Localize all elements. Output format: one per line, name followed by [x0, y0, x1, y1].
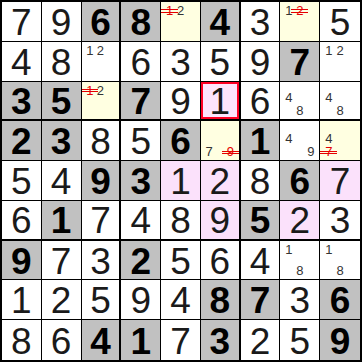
cell-value: 9	[250, 44, 271, 81]
cell-r2c7[interactable]: 9	[241, 42, 281, 82]
candidate-8: 8	[294, 104, 305, 117]
candidate-grid: 79	[201, 121, 239, 160]
candidate-2: 2	[95, 84, 106, 97]
cell-value: 7	[330, 163, 351, 200]
candidate-4: 4	[283, 91, 294, 104]
cell-value: 5	[209, 44, 230, 81]
cell-value: 1	[170, 163, 191, 200]
cell-r7c1[interactable]: 9	[2, 241, 42, 281]
cell-value: 3	[330, 202, 351, 239]
cell-r1c2[interactable]: 9	[42, 2, 82, 42]
given-value: 9	[90, 163, 111, 200]
given-value: 5	[51, 83, 72, 120]
given-value: 1	[130, 323, 151, 360]
cell-value: 9	[170, 83, 191, 120]
cell-r8c3[interactable]: 5	[82, 280, 122, 320]
cell-r2c3[interactable]: 12	[82, 42, 122, 82]
cell-r2c5[interactable]: 3	[161, 42, 201, 82]
cell-value: 5	[290, 323, 311, 360]
cell-value: 5	[130, 123, 151, 160]
cell-value: 3	[250, 4, 271, 41]
given-value: 3	[130, 163, 151, 200]
cell-value: 4	[11, 44, 32, 81]
candidate-2: 2	[334, 44, 345, 57]
cell-r8c1[interactable]: 1	[2, 280, 42, 320]
candidate-7-eliminated: 7	[323, 145, 334, 158]
cell-value: 2	[209, 163, 230, 200]
cell-r4c3[interactable]: 8	[82, 121, 122, 161]
cell-r5c6[interactable]: 2	[201, 161, 241, 201]
cell-value: 5	[90, 282, 111, 319]
cell-r8c5[interactable]: 4	[161, 280, 201, 320]
cell-value: 9	[209, 202, 230, 239]
cell-r6c8[interactable]: 2	[280, 201, 320, 241]
cell-r9c6[interactable]: 3	[201, 320, 241, 360]
cell-r6c1[interactable]: 6	[2, 201, 42, 241]
cell-value: 4	[170, 282, 191, 319]
cell-r2c2[interactable]: 8	[42, 42, 82, 82]
cell-value: 5	[11, 163, 32, 200]
cell-value: 7	[51, 243, 72, 280]
candidate-8: 8	[334, 264, 345, 277]
cell-r1c8[interactable]: 12	[280, 2, 320, 42]
given-value: 2	[11, 123, 32, 160]
candidate-9-eliminated: 9	[225, 145, 236, 158]
cell-r3c7[interactable]: 6	[241, 82, 281, 122]
candidate-7: 7	[204, 145, 215, 158]
cell-r1c5[interactable]: 12	[161, 2, 201, 42]
cell-r9c8[interactable]: 5	[280, 320, 320, 360]
cell-r4c7[interactable]: 1	[241, 121, 281, 161]
cell-r3c5[interactable]: 9	[161, 82, 201, 122]
cell-value: 8	[51, 44, 72, 81]
given-value: 9	[11, 243, 32, 280]
cell-value: 8	[170, 202, 191, 239]
given-value: 6	[90, 4, 111, 41]
given-value: 3	[11, 83, 32, 120]
given-value: 1	[51, 202, 72, 239]
cell-r7c7[interactable]: 4	[241, 241, 281, 281]
cell-r4c6[interactable]: 79	[201, 121, 241, 161]
cell-r8c6[interactable]: 8	[201, 280, 241, 320]
selected-cell[interactable]: 1	[201, 82, 241, 122]
given-value: 8	[130, 4, 151, 41]
cell-r4c5[interactable]: 6	[161, 121, 201, 161]
cell-r9c9[interactable]: 9	[320, 320, 360, 360]
cell-value: 1	[209, 83, 230, 120]
candidate-grid: 12	[280, 2, 319, 41]
cell-r9c5[interactable]: 7	[161, 320, 201, 360]
cell-value: 6	[250, 83, 271, 120]
cell-value: 5	[170, 243, 191, 280]
cell-value: 3	[90, 243, 111, 280]
given-value: 2	[130, 243, 151, 280]
cell-value: 2	[51, 282, 72, 319]
candidate-1: 1	[323, 243, 334, 256]
cell-value: 3	[170, 44, 191, 81]
cell-r6c9[interactable]: 3	[320, 201, 360, 241]
given-value: 7	[130, 83, 151, 120]
cell-r6c3[interactable]: 7	[82, 201, 122, 241]
given-value: 8	[209, 282, 230, 319]
cell-value: 2	[290, 202, 311, 239]
cell-r2c1[interactable]: 4	[2, 42, 42, 82]
given-value: 7	[290, 44, 311, 81]
cell-value: 8	[90, 123, 111, 160]
cell-r9c3[interactable]: 4	[82, 320, 122, 360]
cell-r7c6[interactable]: 6	[201, 241, 241, 281]
cell-r1c6[interactable]: 4	[201, 2, 241, 42]
cell-r1c1[interactable]: 7	[2, 2, 42, 42]
cell-r7c5[interactable]: 5	[161, 241, 201, 281]
cell-r8c2[interactable]: 2	[42, 280, 82, 320]
cell-r3c9[interactable]: 48	[320, 82, 360, 122]
cell-r5c7[interactable]: 8	[241, 161, 281, 201]
cell-r5c3[interactable]: 9	[82, 161, 122, 201]
cell-r5c9[interactable]: 7	[320, 161, 360, 201]
cell-r1c3[interactable]: 6	[82, 2, 122, 42]
candidate-8: 8	[334, 104, 345, 117]
cell-r3c3[interactable]: 12	[82, 82, 122, 122]
cell-r6c5[interactable]: 8	[161, 201, 201, 241]
cell-r5c8[interactable]: 6	[280, 161, 320, 201]
given-value: 4	[209, 4, 230, 41]
cell-r8c7[interactable]: 7	[241, 280, 281, 320]
cell-r2c6[interactable]: 5	[201, 42, 241, 82]
candidate-grid: 12	[82, 82, 120, 120]
cell-r5c5[interactable]: 1	[161, 161, 201, 201]
cell-value: 3	[290, 282, 311, 319]
cell-r7c2[interactable]: 7	[42, 241, 82, 281]
cell-r3c2[interactable]: 5	[42, 82, 82, 122]
candidate-grid: 18	[280, 241, 319, 280]
cell-value: 7	[90, 202, 111, 239]
given-value: 5	[250, 202, 271, 239]
candidate-grid: 49	[280, 121, 319, 160]
given-value: 9	[330, 323, 351, 360]
given-value: 3	[209, 323, 230, 360]
cell-r1c7[interactable]: 3	[241, 2, 281, 42]
cell-r3c4[interactable]: 7	[121, 82, 161, 122]
cell-value: 4	[130, 202, 151, 239]
cell-r4c4[interactable]: 5	[121, 121, 161, 161]
cell-r5c1[interactable]: 5	[2, 161, 42, 201]
cell-value: 6	[11, 202, 32, 239]
candidate-grid: 48	[320, 82, 360, 120]
cell-r6c4[interactable]: 4	[121, 201, 161, 241]
cell-r9c1[interactable]: 8	[2, 320, 42, 360]
cell-value: 6	[130, 44, 151, 81]
cell-value: 5	[330, 4, 351, 41]
cell-value: 4	[250, 243, 271, 280]
given-value: 6	[170, 123, 191, 160]
given-value: 4	[90, 323, 111, 360]
given-value: 7	[250, 282, 271, 319]
cell-r2c8[interactable]: 7	[280, 42, 320, 82]
cell-r8c8[interactable]: 3	[280, 280, 320, 320]
cell-r1c4[interactable]: 8	[121, 2, 161, 42]
cell-r7c3[interactable]: 3	[82, 241, 122, 281]
cell-r9c4[interactable]: 1	[121, 320, 161, 360]
candidate-1-eliminated: 1	[85, 84, 96, 97]
given-value: 6	[330, 282, 351, 319]
given-value: 3	[51, 123, 72, 160]
cell-r8c9[interactable]: 6	[320, 280, 360, 320]
cell-r6c7[interactable]: 5	[241, 201, 281, 241]
sudoku-grid: 7968124312548126359712351279164848238567…	[0, 0, 362, 362]
candidate-2-eliminated: 2	[294, 4, 305, 17]
candidate-grid: 18	[320, 241, 360, 280]
cell-r2c4[interactable]: 6	[121, 42, 161, 82]
candidate-1: 1	[85, 44, 96, 57]
candidate-4: 4	[283, 132, 294, 145]
cell-r5c4[interactable]: 3	[121, 161, 161, 201]
candidate-grid: 47	[320, 121, 360, 160]
cell-r2c9[interactable]: 12	[320, 42, 360, 82]
cell-value: 8	[11, 323, 32, 360]
cell-r3c8[interactable]: 48	[280, 82, 320, 122]
candidate-1: 1	[323, 44, 334, 57]
cell-value: 4	[51, 163, 72, 200]
candidate-4: 4	[323, 91, 334, 104]
candidate-1: 1	[283, 243, 294, 256]
cell-r3c1[interactable]: 3	[2, 82, 42, 122]
candidate-8: 8	[294, 264, 305, 277]
cell-r9c7[interactable]: 2	[241, 320, 281, 360]
candidate-grid: 12	[82, 42, 120, 81]
cell-r8c4[interactable]: 9	[121, 280, 161, 320]
candidate-grid: 12	[161, 2, 200, 41]
cell-r4c2[interactable]: 3	[42, 121, 82, 161]
cell-r5c2[interactable]: 4	[42, 161, 82, 201]
cell-value: 9	[130, 282, 151, 319]
candidate-1: 1	[283, 4, 294, 17]
cell-r6c6[interactable]: 9	[201, 201, 241, 241]
given-value: 6	[290, 163, 311, 200]
cell-r6c2[interactable]: 1	[42, 201, 82, 241]
candidate-grid: 12	[320, 42, 360, 81]
cell-r1c9[interactable]: 5	[320, 2, 360, 42]
cell-value: 6	[209, 243, 230, 280]
cell-r7c8[interactable]: 18	[280, 241, 320, 281]
candidate-2: 2	[175, 4, 186, 17]
cell-value: 7	[11, 4, 32, 41]
candidate-grid: 48	[280, 82, 319, 120]
cell-r4c9[interactable]: 47	[320, 121, 360, 161]
cell-value: 2	[250, 323, 271, 360]
candidate-2: 2	[95, 44, 106, 57]
cell-value: 6	[51, 323, 72, 360]
given-value: 1	[250, 123, 271, 160]
cell-r7c4[interactable]: 2	[121, 241, 161, 281]
cell-r4c1[interactable]: 2	[2, 121, 42, 161]
candidate-9: 9	[305, 145, 316, 158]
cell-r4c8[interactable]: 49	[280, 121, 320, 161]
cell-value: 8	[250, 163, 271, 200]
cell-r9c2[interactable]: 6	[42, 320, 82, 360]
candidate-1-eliminated: 1	[164, 4, 175, 17]
cell-value: 1	[11, 282, 32, 319]
cell-r7c9[interactable]: 18	[320, 241, 360, 281]
cell-value: 7	[170, 323, 191, 360]
cell-value: 9	[51, 4, 72, 41]
